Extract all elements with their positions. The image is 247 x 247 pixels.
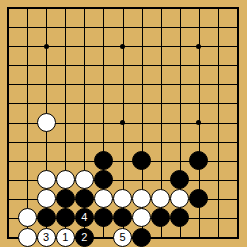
stone-label: 5 bbox=[119, 232, 125, 243]
white-stone bbox=[75, 170, 94, 189]
white-stone: 5 bbox=[113, 228, 132, 247]
black-stone bbox=[94, 151, 113, 170]
go-board: 43125 bbox=[0, 0, 247, 247]
black-stone bbox=[37, 208, 56, 227]
stone-label: 2 bbox=[81, 232, 87, 243]
hoshi-point bbox=[120, 44, 125, 49]
white-stone bbox=[37, 189, 56, 208]
white-stone bbox=[56, 170, 75, 189]
white-stone: 3 bbox=[37, 228, 56, 247]
white-stone bbox=[37, 113, 56, 132]
white-stone bbox=[18, 208, 37, 227]
white-stone bbox=[18, 228, 37, 247]
go-board-diagram: 43125 bbox=[0, 0, 247, 247]
black-stone bbox=[132, 228, 151, 247]
stone-label: 1 bbox=[62, 232, 68, 243]
white-stone bbox=[37, 170, 56, 189]
stone-label: 3 bbox=[43, 232, 49, 243]
black-stone bbox=[56, 189, 75, 208]
black-stone: 2 bbox=[75, 228, 94, 247]
white-stone: 1 bbox=[56, 228, 75, 247]
hoshi-point bbox=[120, 120, 125, 125]
stone-label: 4 bbox=[81, 212, 87, 223]
hoshi-point bbox=[44, 44, 49, 49]
grid-vline bbox=[218, 8, 219, 237]
grid-hline bbox=[8, 142, 237, 143]
